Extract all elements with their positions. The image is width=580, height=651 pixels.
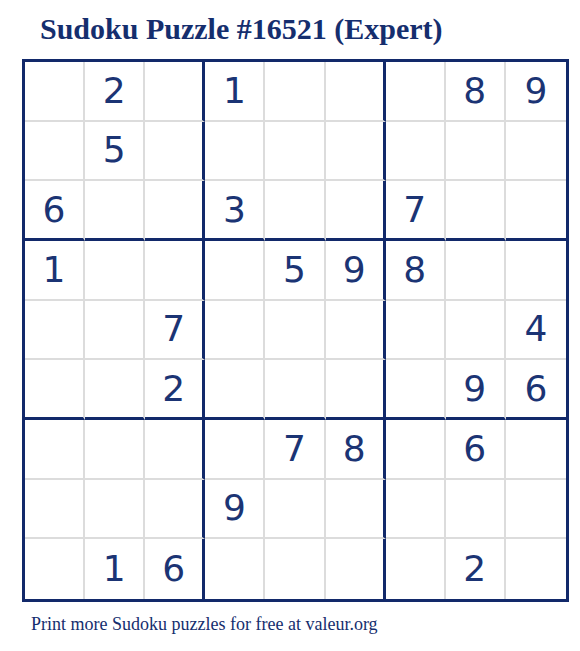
cell-r5c9-given: 4	[506, 301, 566, 361]
cell-r2c2-given: 5	[85, 122, 145, 182]
cell-r5c3-given: 7	[145, 301, 205, 361]
cell-r7c5-given: 7	[265, 420, 325, 480]
cell-r4c9	[506, 241, 566, 301]
cell-r8c5	[265, 480, 325, 540]
cell-r9c9	[506, 539, 566, 599]
cell-r4c4	[205, 241, 265, 301]
cell-r9c4	[205, 539, 265, 599]
cell-r5c8	[446, 301, 506, 361]
cell-r1c2-given: 2	[85, 62, 145, 122]
cell-r5c4	[205, 301, 265, 361]
cell-r9c7	[386, 539, 446, 599]
cell-r4c6-given: 9	[326, 241, 386, 301]
cell-r8c7	[386, 480, 446, 540]
footer-text: Print more Sudoku puzzles for free at va…	[31, 614, 378, 635]
cell-r6c2	[85, 360, 145, 420]
cell-r3c7-given: 7	[386, 181, 446, 241]
cell-r9c8-given: 2	[446, 539, 506, 599]
cell-r7c2	[85, 420, 145, 480]
cell-r7c4	[205, 420, 265, 480]
cell-r1c6	[326, 62, 386, 122]
cell-r9c2-given: 1	[85, 539, 145, 599]
cell-r7c9	[506, 420, 566, 480]
cell-r7c8-given: 6	[446, 420, 506, 480]
cell-r8c2	[85, 480, 145, 540]
cell-r2c6	[326, 122, 386, 182]
sudoku-print-page: Sudoku Puzzle #16521 (Expert) 2189563715…	[0, 0, 580, 651]
cell-r2c7	[386, 122, 446, 182]
cell-r1c5	[265, 62, 325, 122]
cell-r2c9	[506, 122, 566, 182]
cell-r3c2	[85, 181, 145, 241]
cell-r3c9	[506, 181, 566, 241]
cell-r6c7	[386, 360, 446, 420]
cell-r2c4	[205, 122, 265, 182]
cell-r7c3	[145, 420, 205, 480]
cell-r1c8-given: 8	[446, 62, 506, 122]
cell-r2c8	[446, 122, 506, 182]
cell-r3c6	[326, 181, 386, 241]
cell-r8c8	[446, 480, 506, 540]
cell-r6c8-given: 9	[446, 360, 506, 420]
cell-r8c6	[326, 480, 386, 540]
cell-r9c1	[25, 539, 85, 599]
cell-r1c7	[386, 62, 446, 122]
cell-r3c4-given: 3	[205, 181, 265, 241]
cell-r8c1	[25, 480, 85, 540]
cell-r1c9-given: 9	[506, 62, 566, 122]
sudoku-grid: 218956371598742967869162	[22, 59, 569, 602]
cell-r7c7	[386, 420, 446, 480]
cell-r6c9-given: 6	[506, 360, 566, 420]
cell-r3c8	[446, 181, 506, 241]
cell-r6c1	[25, 360, 85, 420]
cell-r8c3	[145, 480, 205, 540]
cell-r5c2	[85, 301, 145, 361]
cell-r5c5	[265, 301, 325, 361]
cell-r4c3	[145, 241, 205, 301]
cell-r9c5	[265, 539, 325, 599]
cell-r1c3	[145, 62, 205, 122]
cell-r4c2	[85, 241, 145, 301]
cell-r4c7-given: 8	[386, 241, 446, 301]
cell-r6c5	[265, 360, 325, 420]
cell-r3c5	[265, 181, 325, 241]
cell-r4c5-given: 5	[265, 241, 325, 301]
page-title: Sudoku Puzzle #16521 (Expert)	[40, 12, 443, 46]
cell-r5c1	[25, 301, 85, 361]
cell-r8c4-given: 9	[205, 480, 265, 540]
cell-r9c6	[326, 539, 386, 599]
cell-r7c6-given: 8	[326, 420, 386, 480]
cell-r9c3-given: 6	[145, 539, 205, 599]
cell-r3c3	[145, 181, 205, 241]
cell-r8c9	[506, 480, 566, 540]
cell-r4c1-given: 1	[25, 241, 85, 301]
cell-r7c1	[25, 420, 85, 480]
cell-r2c5	[265, 122, 325, 182]
cell-r5c7	[386, 301, 446, 361]
cell-r6c6	[326, 360, 386, 420]
cell-r1c4-given: 1	[205, 62, 265, 122]
cell-r2c3	[145, 122, 205, 182]
cell-r2c1	[25, 122, 85, 182]
cell-r4c8	[446, 241, 506, 301]
cell-r3c1-given: 6	[25, 181, 85, 241]
cell-r5c6	[326, 301, 386, 361]
cell-r1c1	[25, 62, 85, 122]
cell-r6c3-given: 2	[145, 360, 205, 420]
cell-r6c4	[205, 360, 265, 420]
